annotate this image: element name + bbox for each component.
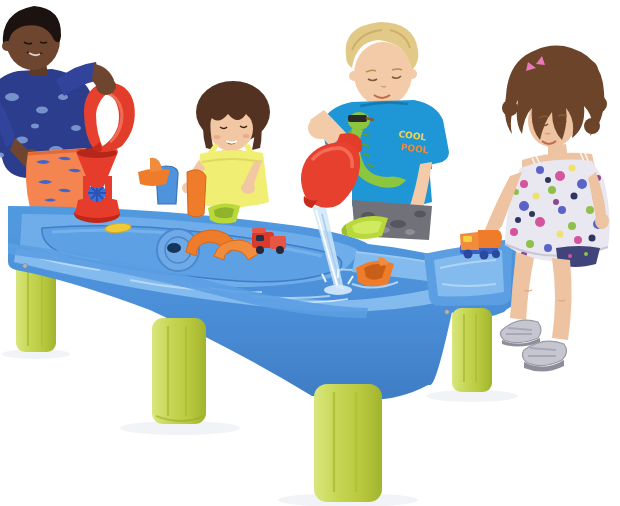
child-girl-right [480, 46, 610, 372]
scene-illustration: COOL POOL [0, 0, 620, 506]
drain-hole [167, 243, 181, 253]
girl-leg-back [552, 258, 572, 340]
splash [324, 285, 352, 295]
silver-sandal-back [522, 341, 566, 371]
silver-sandal-front [500, 320, 541, 346]
boy-left-hand-right [96, 77, 116, 95]
table-leg-right [452, 308, 492, 392]
toddler-hand-left [241, 182, 255, 194]
toy-dump-truck [460, 230, 502, 260]
blond-boy-face [354, 42, 412, 106]
table-leg-front-left [152, 318, 206, 424]
green-boat-center [342, 216, 389, 239]
boy-left-ear [2, 41, 12, 51]
girl-hand-left [595, 213, 609, 229]
dino-sunglasses [348, 115, 367, 122]
green-boat-small [208, 203, 240, 223]
truck-label [463, 236, 472, 242]
orange-boat-upper [138, 158, 170, 186]
truck-bed [476, 230, 502, 248]
orange-sail-piece [187, 170, 206, 217]
product-photo: COOL POOL [0, 0, 620, 506]
blond-boy-hand-right [308, 117, 332, 139]
truck-window [256, 235, 264, 241]
table-leg-center [314, 384, 382, 502]
